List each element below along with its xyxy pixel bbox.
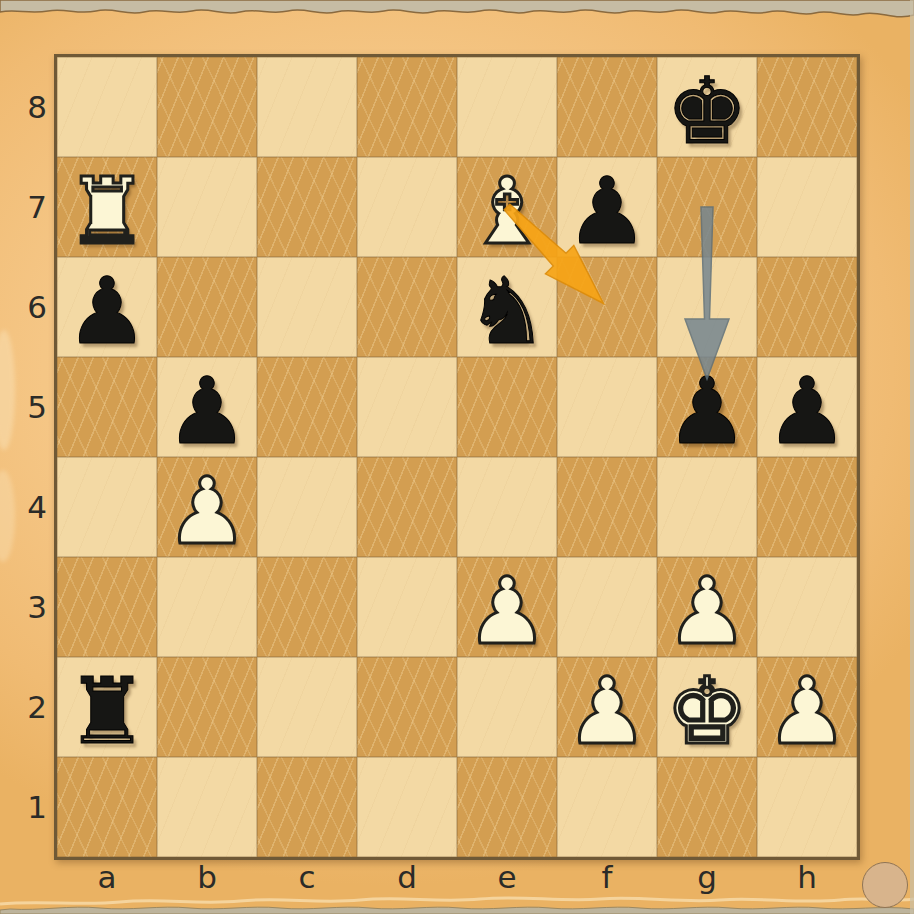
black-pawn-h5[interactable]: ♟ (757, 362, 857, 462)
parchment-stain (0, 330, 15, 450)
black-rook-a2[interactable]: ♜ (57, 662, 157, 762)
file-label-b: b (157, 856, 257, 898)
white-rook-a7[interactable]: ♜ (57, 162, 157, 262)
file-label-f: f (557, 856, 657, 898)
black-pawn-g5[interactable]: ♟ (657, 362, 757, 462)
black-pawn-f7[interactable]: ♟ (557, 162, 657, 262)
rank-label-5: 5 (16, 357, 58, 457)
rank-label-7: 7 (16, 157, 58, 257)
chess-board: ♚♜♝♟♟♞♟♟♟♟♟♟♜♟♚♟ (54, 54, 860, 860)
rank-label-3: 3 (16, 557, 58, 657)
white-pawn-e3[interactable]: ♟ (457, 562, 557, 662)
chess-app: { "game": "chess", "position": { "fen": … (0, 0, 914, 914)
corner-circle-indicator (862, 862, 908, 908)
file-label-e: e (457, 856, 557, 898)
black-knight-e6[interactable]: ♞ (457, 262, 557, 362)
file-label-a: a (57, 856, 157, 898)
rank-label-2: 2 (16, 657, 58, 757)
white-king-g2[interactable]: ♚ (657, 662, 757, 762)
white-bishop-e7[interactable]: ♝ (457, 162, 557, 262)
file-label-c: c (257, 856, 357, 898)
rank-label-1: 1 (16, 757, 58, 857)
white-pawn-h2[interactable]: ♟ (757, 662, 857, 762)
black-pawn-a6[interactable]: ♟ (57, 262, 157, 362)
rank-label-8: 8 (16, 57, 58, 157)
rank-label-6: 6 (16, 257, 58, 357)
black-king-g8[interactable]: ♚ (657, 62, 757, 162)
file-label-g: g (657, 856, 757, 898)
parchment-stain (0, 470, 15, 562)
parchment-edge-right (910, 0, 914, 914)
board-pieces: ♚♜♝♟♟♞♟♟♟♟♟♟♜♟♚♟ (57, 57, 857, 857)
parchment-torn-edge-top (0, 0, 914, 24)
rank-label-4: 4 (16, 457, 58, 557)
white-pawn-b4[interactable]: ♟ (157, 462, 257, 562)
black-pawn-b5[interactable]: ♟ (157, 362, 257, 462)
file-label-d: d (357, 856, 457, 898)
white-pawn-f2[interactable]: ♟ (557, 662, 657, 762)
file-label-h: h (757, 856, 857, 898)
white-pawn-g3[interactable]: ♟ (657, 562, 757, 662)
